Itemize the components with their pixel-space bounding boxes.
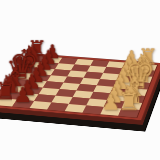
chess-board-grid: ♜♟♟♜♞♟♟♞♝♟♟♝♚♟♟♚♛♟♟♛♝♟♟♝♞♟♟♞♜♟♟♜ [0, 55, 157, 117]
chess-board: ♜♟♟♜♞♟♟♞♝♟♟♝♚♟♟♚♛♟♟♛♝♟♟♝♞♟♟♞♜♟♟♜ [0, 53, 160, 121]
product-photo-stage: ♜♟♟♜♞♟♟♞♝♟♟♝♚♟♟♚♛♟♟♛♝♟♟♝♞♟♟♞♜♟♟♜ [0, 0, 160, 160]
black-pawn[interactable]: ♟ [1, 84, 43, 105]
square-a5[interactable] [47, 103, 69, 112]
white-rook[interactable]: ♜ [107, 90, 150, 115]
square-a1[interactable]: ♜ [118, 109, 139, 118]
chess-scene: ♜♟♟♜♞♟♟♞♝♟♟♝♚♟♟♚♛♟♟♛♝♟♟♝♞♟♟♞♜♟♟♜ [0, 0, 160, 160]
